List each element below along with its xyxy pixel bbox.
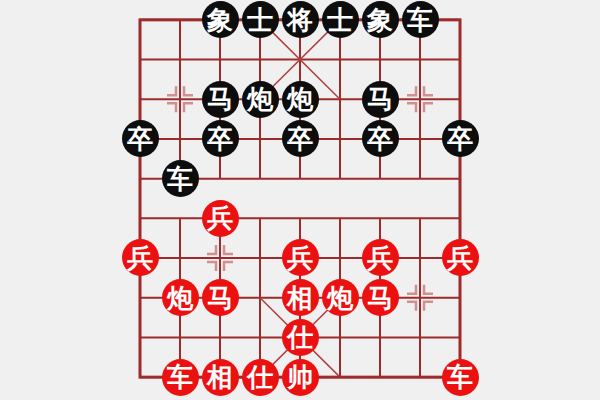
piece-red-advisor[interactable]: 仕 <box>282 319 319 356</box>
piece-black-general[interactable]: 将 <box>282 1 319 38</box>
piece-black-elephant[interactable]: 象 <box>362 1 399 38</box>
piece-black-advisor[interactable]: 士 <box>242 1 279 38</box>
piece-red-advisor[interactable]: 仕 <box>242 359 279 396</box>
piece-red-chariot[interactable]: 车 <box>162 359 199 396</box>
piece-red-horse[interactable]: 马 <box>202 279 239 316</box>
piece-red-elephant[interactable]: 相 <box>202 359 239 396</box>
piece-black-elephant[interactable]: 象 <box>202 1 239 38</box>
piece-red-chariot[interactable]: 车 <box>442 359 479 396</box>
piece-black-soldier[interactable]: 卒 <box>362 120 399 157</box>
piece-black-chariot[interactable]: 车 <box>162 160 199 197</box>
piece-red-soldier[interactable]: 兵 <box>122 239 159 276</box>
piece-red-soldier[interactable]: 兵 <box>362 239 399 276</box>
piece-red-soldier[interactable]: 兵 <box>282 239 319 276</box>
piece-black-cannon[interactable]: 炮 <box>282 81 319 118</box>
piece-black-soldier[interactable]: 卒 <box>282 120 319 157</box>
piece-black-soldier[interactable]: 卒 <box>442 120 479 157</box>
piece-red-cannon[interactable]: 炮 <box>322 279 359 316</box>
xiangqi-app: 象士将士象车马炮炮马卒卒卒卒卒车兵兵兵兵兵炮马相炮马仕车相仕帅车 <box>0 0 600 400</box>
piece-red-soldier[interactable]: 兵 <box>442 239 479 276</box>
piece-black-advisor[interactable]: 士 <box>322 1 359 38</box>
piece-red-elephant[interactable]: 相 <box>282 279 319 316</box>
piece-red-horse[interactable]: 马 <box>362 279 399 316</box>
xiangqi-board[interactable]: 象士将士象车马炮炮马卒卒卒卒卒车兵兵兵兵兵炮马相炮马仕车相仕帅车 <box>120 0 480 397</box>
piece-black-soldier[interactable]: 卒 <box>202 120 239 157</box>
piece-black-chariot[interactable]: 车 <box>402 1 439 38</box>
piece-black-horse[interactable]: 马 <box>202 81 239 118</box>
piece-black-cannon[interactable]: 炮 <box>242 81 279 118</box>
piece-black-horse[interactable]: 马 <box>362 81 399 118</box>
piece-red-general[interactable]: 帅 <box>282 359 319 396</box>
piece-red-cannon[interactable]: 炮 <box>162 279 199 316</box>
piece-black-soldier[interactable]: 卒 <box>122 120 159 157</box>
piece-red-soldier[interactable]: 兵 <box>202 200 239 237</box>
